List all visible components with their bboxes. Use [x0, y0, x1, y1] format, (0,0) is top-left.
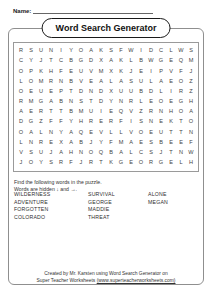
grid-cell: N [176, 148, 186, 158]
grid-cell: B [66, 56, 76, 66]
word-list-item: MEGAN [148, 199, 198, 207]
grid-cell: T [166, 148, 176, 158]
grid-cell: U [36, 87, 46, 97]
word-grid: RSUNIYOAKSFWIDCLWSCYJTCBGDXAKLBWGEQMOPKH… [13, 42, 199, 172]
grid-cell: U [156, 127, 166, 137]
grid-cell: D [16, 117, 26, 127]
grid-cell: Q [116, 107, 126, 117]
grid-cell: O [156, 97, 166, 107]
grid-cell: T [176, 117, 186, 127]
grid-cell: C [156, 46, 166, 56]
grid-cell: F [56, 117, 66, 127]
grid-cell: L [16, 138, 26, 148]
grid-cell: I [136, 46, 146, 56]
grid-cell: T [166, 127, 176, 137]
grid-cell: X [96, 56, 106, 66]
grid-cell: L [16, 77, 26, 87]
grid-cell: F [106, 138, 116, 148]
grid-cell: O [76, 46, 86, 56]
grid-cell: O [16, 127, 26, 137]
grid-cell: O [26, 158, 36, 168]
worksheet-page: Name: Word Search Generator RSUNIYOAKSFW… [0, 0, 212, 300]
grid-cell: M [116, 138, 126, 148]
grid-cell: A [186, 107, 196, 117]
grid-cell: A [46, 97, 56, 107]
grid-cell: C [16, 56, 26, 66]
grid-cell: M [36, 77, 46, 87]
grid-cell: K [36, 66, 46, 76]
grid-cell: I [126, 117, 136, 127]
grid-cell: E [96, 117, 106, 127]
instructions-line-1: Find the following words in the puzzle. [14, 179, 102, 186]
grid-cell: Q [96, 148, 106, 158]
grid-cell: I [146, 66, 156, 76]
grid-cell: I [96, 107, 106, 117]
grid-cell: L [116, 127, 126, 137]
grid-cell: Y [106, 97, 116, 107]
grid-cell: E [136, 66, 146, 76]
grid-cell: J [126, 66, 136, 76]
grid-cell: B [66, 107, 76, 117]
grid-cell: Y [26, 56, 36, 66]
grid-cell: O [176, 77, 186, 87]
grid-cell: E [26, 107, 36, 117]
grid-cell: A [126, 138, 136, 148]
grid-cell: J [86, 138, 96, 148]
grid-cell: P [26, 66, 36, 76]
grid-cell: N [146, 117, 156, 127]
grid-cell: C [136, 148, 146, 158]
grid-cell: K [106, 158, 116, 168]
grid-cell: L [126, 56, 136, 66]
grid-cell: R [16, 46, 26, 56]
grid-cell: R [36, 107, 46, 117]
grid-cell: V [96, 127, 106, 137]
grid-cell: R [126, 97, 136, 107]
grid-cell: Y [36, 158, 46, 168]
footer-credit: Created by Mr. Karsten using Word Search… [0, 270, 212, 284]
grid-cell: S [46, 158, 56, 168]
grid-cell: G [26, 117, 36, 127]
grid-cell: R [146, 107, 156, 117]
grid-cell: F [46, 117, 56, 127]
grid-cell: G [176, 97, 186, 107]
grid-cell: D [146, 46, 156, 56]
grid-cell: F [186, 138, 196, 148]
grid-cell: G [116, 158, 126, 168]
grid-cell: R [36, 138, 46, 148]
grid-cell: H [66, 148, 76, 158]
grid-cell: I [166, 87, 176, 97]
grid-cell: W [186, 148, 196, 158]
grid-cell: E [176, 138, 186, 148]
grid-cell: E [46, 138, 56, 148]
grid-cell: D [86, 56, 96, 66]
grid-cell: T [96, 158, 106, 168]
grid-cell: J [156, 148, 166, 158]
grid-cell: S [126, 77, 136, 87]
grid-cell: V [86, 66, 96, 76]
grid-cell: A [96, 77, 106, 87]
grid-cell: K [116, 56, 126, 66]
grid-cell: J [16, 158, 26, 168]
grid-cell: S [186, 46, 196, 56]
grid-cell: E [166, 77, 176, 87]
grid-cell: N [76, 148, 86, 158]
grid-cell: N [86, 87, 96, 97]
grid-cell: U [86, 107, 96, 117]
grid-cell: V [76, 77, 86, 87]
grid-cell: K [96, 46, 106, 56]
grid-cell: E [126, 158, 136, 168]
grid-cell: W [146, 56, 156, 66]
grid-cell: N [186, 127, 196, 137]
grid-cell: H [166, 107, 176, 117]
grid-cell: A [16, 107, 26, 117]
footer-site-name: Super Teacher Worksheets [37, 278, 96, 283]
grid-cell: Y [56, 127, 66, 137]
grid-cell: L [136, 97, 146, 107]
grid-cell: D [96, 97, 106, 107]
grid-cell: E [86, 127, 96, 137]
grid-cell: E [66, 66, 76, 76]
grid-cell: M [186, 56, 196, 66]
grid-cell: W [176, 46, 186, 56]
grid-cell: S [106, 46, 116, 56]
grid-cell: B [66, 77, 76, 87]
grid-cell: L [106, 77, 116, 87]
grid-cell: L [106, 127, 116, 137]
grid-cell: Y [96, 138, 106, 148]
grid-cell: A [156, 77, 166, 87]
grid-cell: R [86, 117, 96, 127]
grid-cell: E [136, 138, 146, 148]
grid-cell: U [116, 87, 126, 97]
grid-cell: J [186, 66, 196, 76]
grid-cell: N [26, 138, 36, 148]
grid-cell: V [126, 107, 136, 117]
grid-cell: H [76, 117, 86, 127]
grid-cell: E [146, 127, 156, 137]
grid-cell: Z [136, 107, 146, 117]
grid-cell: T [46, 107, 56, 117]
grid-cell: R [176, 87, 186, 97]
grid-cell: J [46, 148, 56, 158]
grid-cell: N [46, 46, 56, 56]
grid-cell: F [116, 117, 126, 127]
grid-cell: J [36, 56, 46, 66]
grid-cell: E [26, 87, 36, 97]
grid-cell: O [186, 117, 196, 127]
grid-cell: A [116, 77, 126, 87]
grid-cell: A [26, 127, 36, 137]
grid-cell: R [106, 117, 116, 127]
grid-cell: V [16, 148, 26, 158]
grid-cell: R [16, 97, 26, 107]
grid-cell: Z [186, 87, 196, 97]
grid-cell: V [166, 66, 176, 76]
word-list: WILDERNESSADVENTUREFORGOTTENCOLORADO SUR… [14, 191, 198, 221]
grid-cell: B [136, 87, 146, 97]
grid-cell: T [66, 87, 76, 97]
grid-cell: P [156, 66, 166, 76]
grid-cell: N [46, 127, 56, 137]
grid-cell: W [126, 46, 136, 56]
grid-cell: S [26, 148, 36, 158]
grid-cell: X [106, 66, 116, 76]
grid-cell: Z [36, 117, 46, 127]
grid-cell: Z [186, 77, 196, 87]
grid-cell: N [116, 97, 126, 107]
grid-cell: F [176, 66, 186, 76]
grid-cell: T [46, 56, 56, 66]
grid-cell: Y [66, 46, 76, 56]
grid-cell: B [76, 138, 86, 148]
grid-cell: E [106, 107, 116, 117]
grid-cell: D [76, 87, 86, 97]
word-list-item: FORGOTTEN [14, 206, 88, 214]
grid-cell: K [166, 117, 176, 127]
word-list-item: ALONE [148, 191, 198, 199]
grid-cell: O [16, 87, 26, 97]
grid-cell: N [66, 97, 76, 107]
grid-cell: T [86, 97, 96, 107]
grid-cell: E [166, 97, 176, 107]
grid-cell: L [176, 158, 186, 168]
footer-line-1: Created by Mr. Karsten using Word Search… [0, 270, 212, 277]
grid-cell: U [126, 87, 136, 97]
grid-cell: A [66, 138, 76, 148]
grid-cell: J [76, 158, 86, 168]
grid-cell: X [56, 138, 66, 148]
grid-cell: Y [66, 117, 76, 127]
grid-cell: A [116, 148, 126, 158]
grid-cell: R [56, 158, 66, 168]
grid-cell: X [106, 87, 116, 97]
grid-cell: F [66, 158, 76, 168]
grid-cell: G [156, 158, 166, 168]
grid-cell: A [86, 46, 96, 56]
name-label: Name: [13, 8, 31, 14]
grid-cell: E [166, 158, 176, 168]
page-title: Word Search Generator [42, 18, 171, 38]
grid-cell: T [176, 127, 186, 137]
word-list-item: THREAT [88, 214, 148, 222]
word-list-item: SURVIVAL [88, 191, 148, 199]
grid-cell: E [46, 87, 56, 97]
grid-cell: G [76, 56, 86, 66]
word-list-item: GEORGE [88, 199, 148, 207]
grid-cell: B [156, 138, 166, 148]
grid-cell: B [106, 148, 116, 158]
grid-cell: F [116, 46, 126, 56]
grid-cell: L [156, 87, 166, 97]
grid-cell: H [46, 66, 56, 76]
word-list-item: COLORADO [14, 214, 88, 222]
word-list-item: ADVENTURE [14, 199, 88, 207]
word-list-column-1: WILDERNESSADVENTUREFORGOTTENCOLORADO [14, 191, 88, 221]
word-list-column-3: ALONEMEGAN [148, 191, 198, 221]
grid-cell: B [56, 97, 66, 107]
grid-cell: U [36, 148, 46, 158]
grid-cell: B [136, 56, 146, 66]
grid-cell: D [96, 87, 106, 97]
name-blank-line[interactable] [33, 8, 153, 14]
grid-cell: U [136, 77, 146, 87]
grid-cell: O [16, 66, 26, 76]
grid-cell: T [56, 107, 66, 117]
grid-cell: Q [76, 127, 86, 137]
grid-cell: O [136, 158, 146, 168]
word-list-item: MADDIE [88, 206, 148, 214]
grid-cell: N [56, 77, 66, 87]
grid-cell: S [26, 46, 36, 56]
word-list-column-2: SURVIVALGEORGEMADDIETHREAT [88, 191, 148, 221]
grid-cell: V [126, 127, 136, 137]
grid-cell: U [36, 46, 46, 56]
grid-cell: A [56, 148, 66, 158]
grid-cell: E [146, 97, 156, 107]
grid-cell: D [146, 87, 156, 97]
grid-cell: A [106, 56, 116, 66]
grid-cell: Q [176, 56, 186, 66]
grid-cell: E [156, 117, 166, 127]
grid-cell: E [166, 56, 176, 66]
grid-cell: C [56, 56, 66, 66]
grid-cell: N [156, 107, 166, 117]
grid-cell: F [56, 66, 66, 76]
grid-cell: M [26, 97, 36, 107]
grid-cell: O [136, 127, 146, 137]
grid-cell: L [146, 77, 156, 87]
word-list-item: WILDERNESS [14, 191, 88, 199]
footer-line-2: Super Teacher Worksheets (www.superteach… [0, 277, 212, 284]
grid-cell: A [66, 127, 76, 137]
grid-cell: L [166, 46, 176, 56]
grid-cell: R [86, 158, 96, 168]
grid-cell: S [136, 117, 146, 127]
grid-cell: S [146, 148, 156, 158]
grid-cell: S [146, 138, 156, 148]
grid-cell: E [166, 138, 176, 148]
grid-cell: G [156, 56, 166, 66]
grid-cell: O [176, 107, 186, 117]
grid-cell: H [186, 97, 196, 107]
name-field-row: Name: [13, 8, 153, 14]
grid-cell: K [116, 66, 126, 76]
grid-cell: P [56, 87, 66, 97]
grid-cell: G [36, 97, 46, 107]
footer-site-url: (www.superteacherworksheets.com) [97, 278, 176, 283]
grid-cell: M [96, 66, 106, 76]
grid-cell: H [186, 158, 196, 168]
grid-cell: L [126, 148, 136, 158]
grid-cell: I [56, 46, 66, 56]
grid-cell: R [46, 77, 56, 87]
grid-cell: L [36, 127, 46, 137]
grid-cell: R [146, 158, 156, 168]
grid-cell: U [76, 66, 86, 76]
grid-cell: M [76, 107, 86, 117]
grid-cell: E [86, 77, 96, 87]
grid-cell: O [86, 148, 96, 158]
grid-cell: S [76, 97, 86, 107]
grid-cell: O [26, 77, 36, 87]
